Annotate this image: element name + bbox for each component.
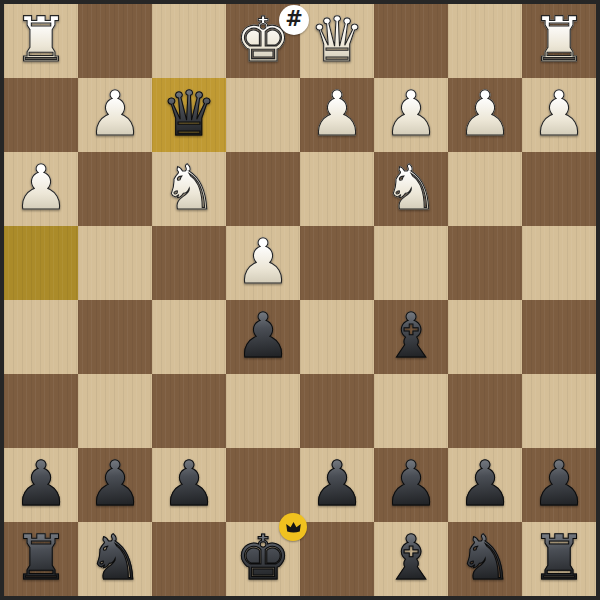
square-a4[interactable] bbox=[522, 226, 596, 300]
piece-black-knight[interactable]: ♞ bbox=[457, 527, 513, 589]
square-f3[interactable]: ♞ bbox=[152, 152, 226, 226]
square-h6[interactable] bbox=[4, 374, 78, 448]
square-f5[interactable] bbox=[152, 300, 226, 374]
square-g5[interactable] bbox=[78, 300, 152, 374]
square-c4[interactable] bbox=[374, 226, 448, 300]
square-b4[interactable] bbox=[448, 226, 522, 300]
square-c6[interactable] bbox=[374, 374, 448, 448]
square-h4[interactable] bbox=[4, 226, 78, 300]
piece-black-pawn[interactable]: ♟ bbox=[87, 453, 143, 515]
piece-black-pawn[interactable]: ♟ bbox=[383, 453, 439, 515]
piece-black-bishop[interactable]: ♝ bbox=[383, 305, 439, 367]
piece-black-rook[interactable]: ♜ bbox=[531, 527, 587, 589]
square-b2[interactable]: ♟ bbox=[448, 78, 522, 152]
square-e7[interactable] bbox=[226, 448, 300, 522]
square-d5[interactable] bbox=[300, 300, 374, 374]
square-b3[interactable] bbox=[448, 152, 522, 226]
square-c3[interactable]: ♞ bbox=[374, 152, 448, 226]
piece-white-knight[interactable]: ♞ bbox=[383, 157, 439, 219]
piece-black-rook[interactable]: ♜ bbox=[13, 527, 69, 589]
square-g2[interactable]: ♟ bbox=[78, 78, 152, 152]
square-c8[interactable]: ♝ bbox=[374, 522, 448, 596]
piece-white-pawn[interactable]: ♟ bbox=[309, 83, 365, 145]
square-g4[interactable] bbox=[78, 226, 152, 300]
piece-white-knight[interactable]: ♞ bbox=[161, 157, 217, 219]
square-b5[interactable] bbox=[448, 300, 522, 374]
square-e6[interactable] bbox=[226, 374, 300, 448]
piece-white-pawn[interactable]: ♟ bbox=[531, 83, 587, 145]
square-h2[interactable] bbox=[4, 78, 78, 152]
checkmate-badge: # bbox=[279, 5, 309, 35]
piece-white-pawn[interactable]: ♟ bbox=[87, 83, 143, 145]
square-b1[interactable] bbox=[448, 4, 522, 78]
piece-black-knight[interactable]: ♞ bbox=[87, 527, 143, 589]
square-b7[interactable]: ♟ bbox=[448, 448, 522, 522]
crown-icon bbox=[285, 520, 302, 534]
square-e2[interactable] bbox=[226, 78, 300, 152]
piece-black-pawn[interactable]: ♟ bbox=[309, 453, 365, 515]
square-f1[interactable] bbox=[152, 4, 226, 78]
square-b6[interactable] bbox=[448, 374, 522, 448]
piece-white-rook[interactable]: ♜ bbox=[13, 9, 69, 71]
square-b8[interactable]: ♞ bbox=[448, 522, 522, 596]
square-a3[interactable] bbox=[522, 152, 596, 226]
square-a2[interactable]: ♟ bbox=[522, 78, 596, 152]
piece-black-pawn[interactable]: ♟ bbox=[531, 453, 587, 515]
square-g8[interactable]: ♞ bbox=[78, 522, 152, 596]
piece-white-pawn[interactable]: ♟ bbox=[13, 157, 69, 219]
square-f4[interactable] bbox=[152, 226, 226, 300]
square-d1[interactable]: ♛ bbox=[300, 4, 374, 78]
square-h7[interactable]: ♟ bbox=[4, 448, 78, 522]
square-c5[interactable]: ♝ bbox=[374, 300, 448, 374]
square-d7[interactable]: ♟ bbox=[300, 448, 374, 522]
square-f2[interactable]: ♛ bbox=[152, 78, 226, 152]
piece-black-pawn[interactable]: ♟ bbox=[161, 453, 217, 515]
piece-black-bishop[interactable]: ♝ bbox=[383, 527, 439, 589]
square-h1[interactable]: ♜ bbox=[4, 4, 78, 78]
square-a8[interactable]: ♜ bbox=[522, 522, 596, 596]
square-h5[interactable] bbox=[4, 300, 78, 374]
square-g6[interactable] bbox=[78, 374, 152, 448]
square-h8[interactable]: ♜ bbox=[4, 522, 78, 596]
piece-white-queen[interactable]: ♛ bbox=[309, 9, 365, 71]
square-g3[interactable] bbox=[78, 152, 152, 226]
square-a1[interactable]: ♜ bbox=[522, 4, 596, 78]
piece-white-rook[interactable]: ♜ bbox=[531, 9, 587, 71]
square-d3[interactable] bbox=[300, 152, 374, 226]
piece-black-queen[interactable]: ♛ bbox=[161, 83, 217, 145]
square-d4[interactable] bbox=[300, 226, 374, 300]
square-c2[interactable]: ♟ bbox=[374, 78, 448, 152]
square-c7[interactable]: ♟ bbox=[374, 448, 448, 522]
square-f6[interactable] bbox=[152, 374, 226, 448]
square-d6[interactable] bbox=[300, 374, 374, 448]
square-e4[interactable]: ♟ bbox=[226, 226, 300, 300]
piece-white-pawn[interactable]: ♟ bbox=[457, 83, 513, 145]
square-a5[interactable] bbox=[522, 300, 596, 374]
chess-board: # ♜♚♛♜♟♛♟♟♟♟♟♞♞♟♟♝♟♟♟♟♟♟♟♜♞♚♝♞♜ bbox=[4, 4, 596, 596]
square-d8[interactable] bbox=[300, 522, 374, 596]
winner-badge bbox=[279, 513, 307, 541]
square-e3[interactable] bbox=[226, 152, 300, 226]
square-c1[interactable] bbox=[374, 4, 448, 78]
piece-black-pawn[interactable]: ♟ bbox=[235, 305, 291, 367]
piece-black-pawn[interactable]: ♟ bbox=[457, 453, 513, 515]
piece-white-pawn[interactable]: ♟ bbox=[235, 231, 291, 293]
square-g1[interactable] bbox=[78, 4, 152, 78]
square-a6[interactable] bbox=[522, 374, 596, 448]
square-a7[interactable]: ♟ bbox=[522, 448, 596, 522]
square-e5[interactable]: ♟ bbox=[226, 300, 300, 374]
piece-black-pawn[interactable]: ♟ bbox=[13, 453, 69, 515]
square-f8[interactable] bbox=[152, 522, 226, 596]
piece-white-pawn[interactable]: ♟ bbox=[383, 83, 439, 145]
checkmate-symbol: # bbox=[285, 9, 303, 30]
square-d2[interactable]: ♟ bbox=[300, 78, 374, 152]
square-g7[interactable]: ♟ bbox=[78, 448, 152, 522]
square-h3[interactable]: ♟ bbox=[4, 152, 78, 226]
square-f7[interactable]: ♟ bbox=[152, 448, 226, 522]
